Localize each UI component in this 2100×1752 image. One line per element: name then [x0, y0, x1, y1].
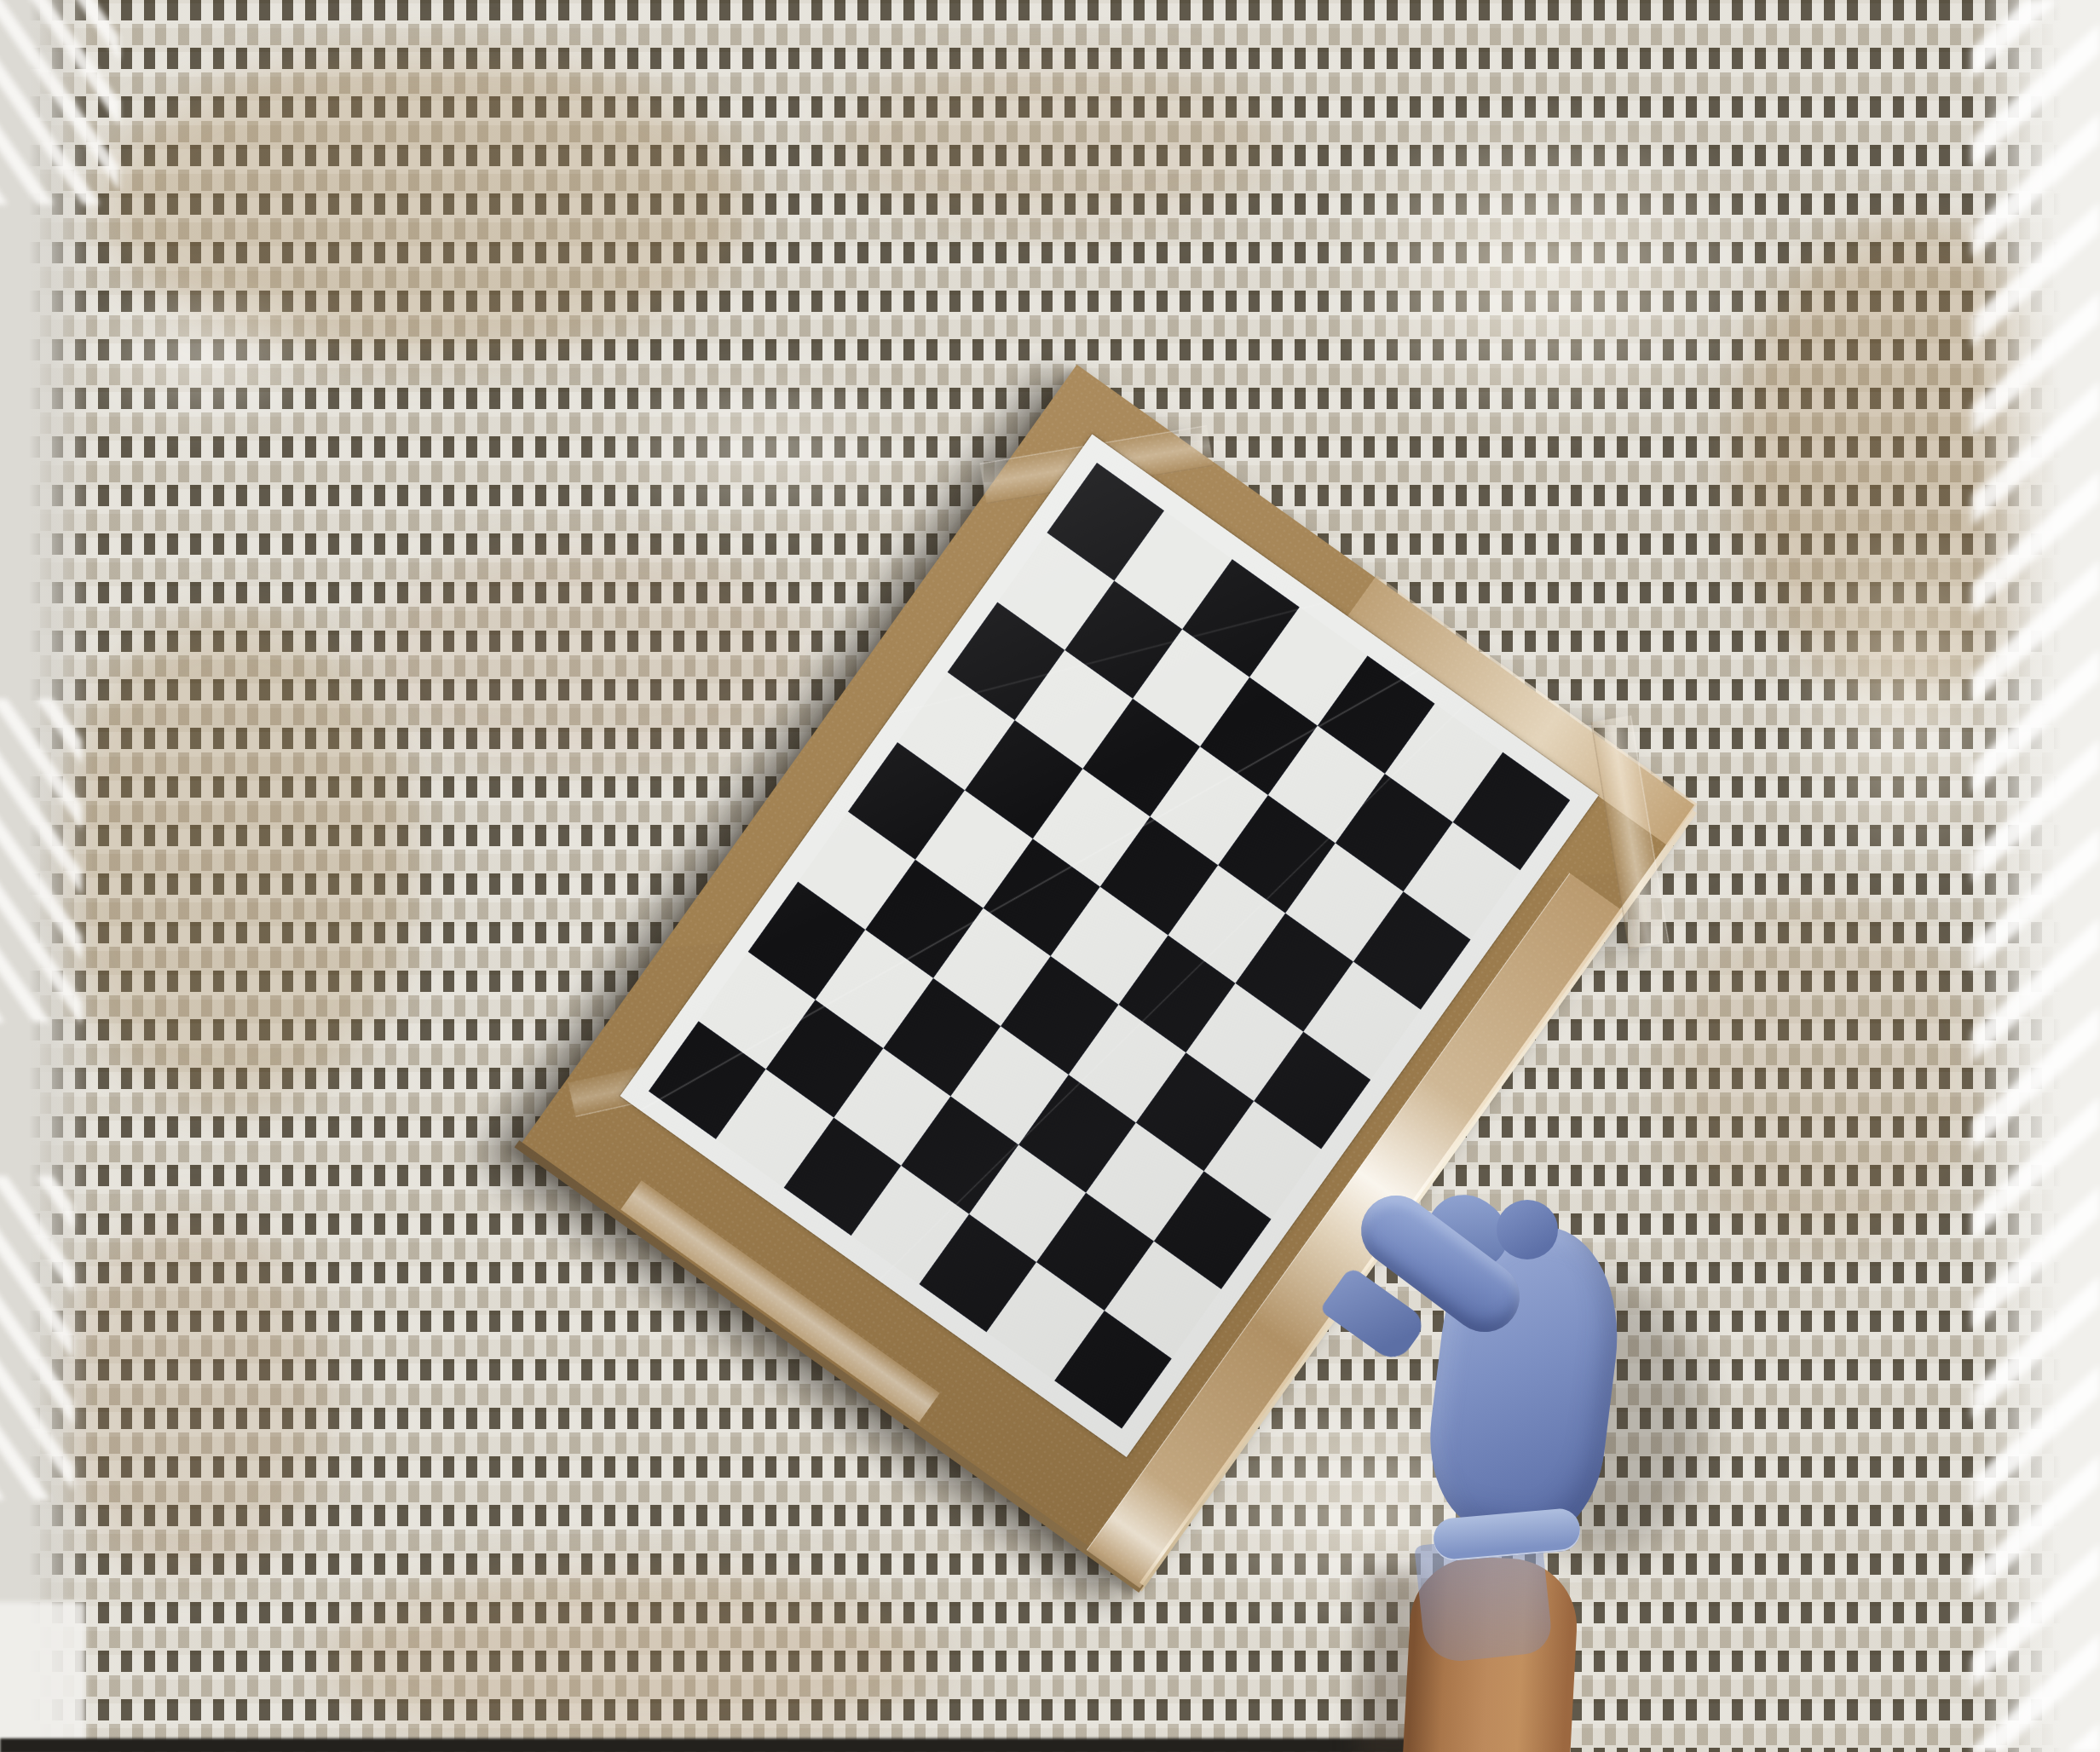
belt-edge-highlight [0, 1176, 73, 1500]
belt-right-edge [1972, 0, 2100, 1752]
belt-bottom-gap [0, 1738, 1415, 1752]
photo-scene [0, 0, 2100, 1752]
belt-edge-highlight [0, 0, 119, 205]
belt-edge-highlight [0, 1602, 85, 1752]
belt-edge-highlight [0, 699, 82, 1023]
glove-middle-knuckle [1497, 1200, 1558, 1259]
